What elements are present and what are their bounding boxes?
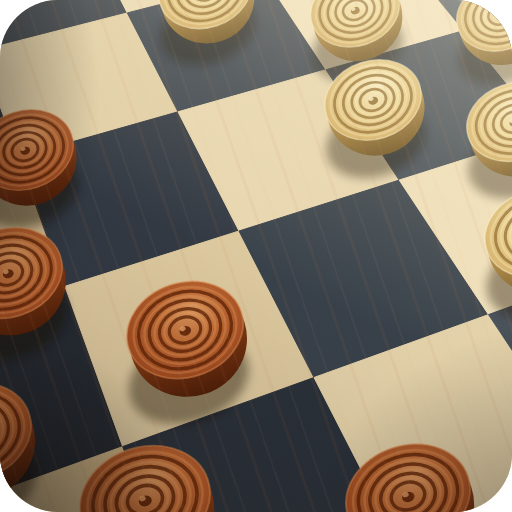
board-scene	[0, 0, 512, 512]
checkers-photo-icon[interactable]	[0, 0, 512, 512]
screenshot-stage	[0, 0, 512, 512]
board-squares	[0, 0, 512, 512]
